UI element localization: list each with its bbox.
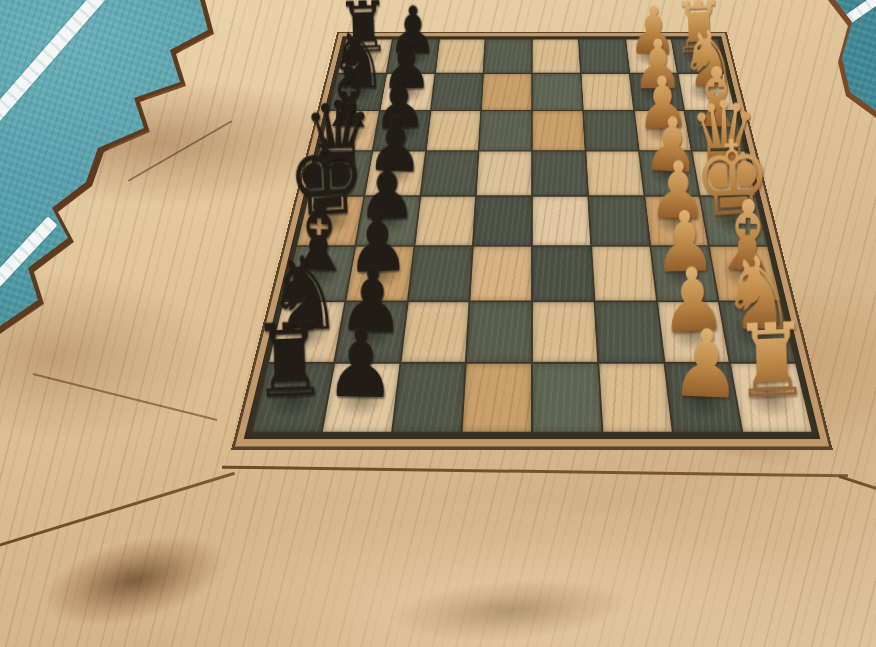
piece-white-rook[interactable]: ♜	[708, 309, 836, 415]
square-a4[interactable]	[533, 40, 580, 73]
square-b4[interactable]	[533, 74, 582, 110]
board-frame-seam	[0, 472, 235, 547]
wood-knot	[388, 572, 632, 647]
piece-black-pawn[interactable]: ♟	[297, 317, 423, 414]
square-a5[interactable]	[484, 40, 531, 73]
square-f4[interactable]	[533, 246, 594, 300]
square-h5[interactable]	[463, 364, 531, 432]
square-d4[interactable]	[533, 152, 587, 196]
chess-board: ♜♟♟♜♞♟♟♞♝♟♟♝♛♟♟♛♚♟♟♚♝♟♟♝♞♟♟♞♜♟♟♜	[235, 33, 829, 446]
square-c4[interactable]	[533, 111, 585, 151]
wood-crack	[33, 373, 218, 421]
square-g5[interactable]	[467, 302, 531, 362]
square-e5[interactable]	[474, 197, 531, 245]
board-frame-seam	[839, 475, 876, 492]
square-h4[interactable]	[533, 364, 601, 432]
square-f5[interactable]	[471, 246, 532, 300]
square-h1[interactable]: ♜	[731, 364, 812, 432]
rug-stripe	[0, 0, 110, 124]
wood-knot	[33, 518, 237, 642]
square-d5[interactable]	[477, 152, 531, 196]
square-e4[interactable]	[533, 197, 590, 245]
photo-scene: ♜♟♟♜♞♟♟♞♝♟♟♝♛♟♟♛♚♟♟♚♝♟♟♝♞♟♟♞♜♟♟♜	[0, 0, 876, 647]
square-b5[interactable]	[482, 74, 531, 110]
board-perspective-scene: ♜♟♟♜♞♟♟♞♝♟♟♝♛♟♟♛♚♟♟♚♝♟♟♝♞♟♟♞♜♟♟♜	[298, 0, 766, 475]
square-g4[interactable]	[533, 302, 597, 362]
square-c5[interactable]	[480, 111, 532, 151]
square-h7[interactable]: ♟	[323, 364, 399, 432]
